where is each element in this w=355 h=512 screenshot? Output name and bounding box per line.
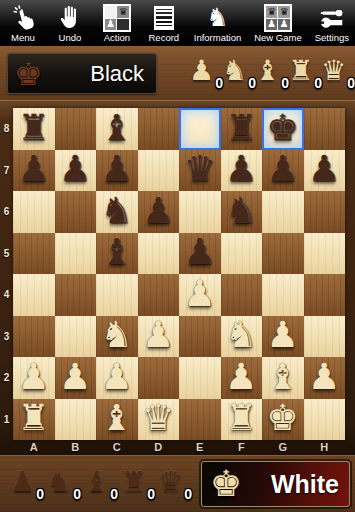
white-captured-bishop: ♝0 — [84, 464, 115, 501]
rank-label-4: 4 — [0, 274, 13, 316]
square-f4[interactable] — [221, 274, 263, 316]
captured-count: 0 — [110, 486, 118, 502]
square-e7[interactable]: ♛ — [179, 150, 221, 192]
rank-label-8: 8 — [0, 108, 13, 150]
square-g8[interactable]: ♚ — [262, 108, 304, 150]
square-d7[interactable] — [138, 150, 180, 192]
file-label-a: A — [13, 440, 55, 454]
square-c6[interactable]: ♞ — [96, 191, 138, 233]
toolbar-button-undo[interactable]: Undo — [53, 4, 87, 43]
rank-label-2: 2 — [0, 357, 13, 399]
rank-label-6: 6 — [0, 191, 13, 233]
square-b7[interactable]: ♟ — [55, 150, 97, 192]
black-rook: ♜ — [225, 110, 257, 146]
white-queen-icon: ♛ — [321, 54, 346, 88]
file-label-d: D — [138, 440, 180, 454]
square-g2[interactable]: ♝ — [262, 357, 304, 399]
captured-count: 0 — [73, 486, 81, 502]
square-b1[interactable] — [55, 399, 97, 441]
white-knight: ♞ — [101, 317, 133, 353]
square-b5[interactable] — [55, 233, 97, 275]
black-rook: ♜ — [18, 110, 50, 146]
file-label-c: C — [96, 440, 138, 454]
white-pawn: ♟ — [142, 317, 174, 353]
black-pawn: ♟ — [101, 151, 133, 187]
black-captured-pawn: ♟0 — [189, 53, 220, 90]
black-captured-queen: ♛0 — [321, 53, 352, 90]
toolbar-button-menu[interactable]: Menu — [6, 4, 40, 43]
square-h5[interactable] — [304, 233, 346, 275]
square-c7[interactable]: ♟ — [96, 150, 138, 192]
chess-board: ♜♝♜♚♟♟♟♛♟♟♟♞♟♞♝♟♟♞♟♞♟♟♟♟♟♝♟♜♝♛♜♚ — [13, 108, 345, 440]
white-knight-icon: ♞ — [222, 54, 247, 88]
toolbar-label: Menu — [11, 32, 35, 43]
black-pawn: ♟ — [142, 193, 174, 229]
square-g5[interactable] — [262, 233, 304, 275]
square-a4[interactable] — [13, 274, 55, 316]
white-player-label: White — [271, 470, 339, 499]
square-h4[interactable] — [304, 274, 346, 316]
new-game-board-icon: ♛♛♟♟ — [264, 4, 292, 32]
captured-count: 0 — [347, 75, 355, 91]
black-bishop-icon: ♝ — [84, 465, 109, 499]
black-player-strip: ♚ Black ♟0 ♞0 ♝0 ♜0 ♛0 — [0, 46, 355, 100]
square-f2[interactable]: ♟ — [221, 357, 263, 399]
square-e5[interactable]: ♟ — [179, 233, 221, 275]
square-d5[interactable] — [138, 233, 180, 275]
black-captured-tray: ♟0 ♞0 ♝0 ♜0 ♛0 — [189, 53, 352, 94]
black-pawn: ♟ — [308, 151, 340, 187]
square-a2[interactable]: ♟ — [13, 357, 55, 399]
square-e4[interactable]: ♟ — [179, 274, 221, 316]
square-e1[interactable] — [179, 399, 221, 441]
square-a5[interactable] — [13, 233, 55, 275]
file-label-b: B — [55, 440, 97, 454]
white-pawn: ♟ — [308, 359, 340, 395]
toolbar: Menu Undo ♛♟ Action Record ♞ Information… — [0, 0, 355, 46]
white-bishop: ♝ — [101, 400, 133, 436]
white-pawn: ♟ — [225, 359, 257, 395]
square-g1[interactable]: ♚ — [262, 399, 304, 441]
file-labels: ABCDEFGH — [13, 440, 345, 454]
square-b6[interactable] — [55, 191, 97, 233]
black-queen: ♛ — [184, 151, 216, 187]
hand-click-icon — [10, 4, 36, 32]
square-e3[interactable] — [179, 316, 221, 358]
square-d3[interactable]: ♟ — [138, 316, 180, 358]
square-d2[interactable] — [138, 357, 180, 399]
toolbar-button-new-game[interactable]: ♛♛♟♟ New Game — [254, 4, 302, 43]
white-rook-icon: ♜ — [288, 54, 313, 88]
white-rook: ♜ — [225, 400, 257, 436]
square-e6[interactable] — [179, 191, 221, 233]
document-lines-icon — [154, 4, 174, 32]
white-pawn: ♟ — [101, 359, 133, 395]
file-label-f: F — [221, 440, 263, 454]
tools-icon — [319, 4, 345, 32]
square-e2[interactable] — [179, 357, 221, 399]
black-knight: ♞ — [101, 193, 133, 229]
toolbar-button-action[interactable]: ♛♟ Action — [100, 4, 134, 43]
knight-icon: ♞ — [206, 4, 228, 32]
captured-count: 0 — [147, 486, 155, 502]
white-pawn: ♟ — [59, 359, 91, 395]
white-captured-tray: ♟0 ♞0 ♝0 ♜0 ♛0 — [10, 464, 189, 504]
square-c8[interactable]: ♝ — [96, 108, 138, 150]
toolbar-label: Action — [104, 32, 130, 43]
black-captured-rook: ♜0 — [288, 53, 319, 90]
white-captured-rook: ♜0 — [121, 464, 152, 501]
white-captured-queen: ♛0 — [158, 464, 189, 501]
white-knight: ♞ — [225, 317, 257, 353]
black-rook-icon: ♜ — [121, 465, 146, 499]
white-bishop-icon: ♝ — [255, 54, 280, 88]
square-b3[interactable] — [55, 316, 97, 358]
square-h8[interactable] — [304, 108, 346, 150]
square-d8[interactable] — [138, 108, 180, 150]
black-pawn: ♟ — [225, 151, 257, 187]
square-g6[interactable] — [262, 191, 304, 233]
square-g7[interactable]: ♟ — [262, 150, 304, 192]
black-queen-icon: ♛ — [158, 465, 183, 499]
square-f7[interactable]: ♟ — [221, 150, 263, 192]
square-f3[interactable]: ♞ — [221, 316, 263, 358]
rank-label-7: 7 — [0, 150, 13, 192]
black-knight: ♞ — [225, 193, 257, 229]
white-rook: ♜ — [18, 400, 50, 436]
square-a7[interactable]: ♟ — [13, 150, 55, 192]
white-bishop: ♝ — [267, 359, 299, 395]
square-d4[interactable] — [138, 274, 180, 316]
square-a6[interactable] — [13, 191, 55, 233]
black-king-icon: ♚ — [14, 58, 43, 90]
square-f6[interactable]: ♞ — [221, 191, 263, 233]
square-h3[interactable] — [304, 316, 346, 358]
rank-label-5: 5 — [0, 233, 13, 275]
rank-labels: 87654321 — [0, 108, 13, 440]
square-a8[interactable]: ♜ — [13, 108, 55, 150]
toolbar-label: Information — [194, 32, 242, 43]
toolbar-label: Record — [149, 32, 180, 43]
file-label-h: H — [304, 440, 346, 454]
file-label-g: G — [262, 440, 304, 454]
square-g3[interactable]: ♟ — [262, 316, 304, 358]
white-player-strip: ♟0 ♞0 ♝0 ♜0 ♛0 ♚ White — [0, 455, 355, 512]
chess-board-frame: 87654321 ♜♝♜♚♟♟♟♛♟♟♟♞♟♞♝♟♟♞♟♞♟♟♟♟♟♝♟♜♝♛♜… — [0, 100, 355, 455]
square-b4[interactable] — [55, 274, 97, 316]
black-bishop: ♝ — [101, 234, 133, 270]
square-h2[interactable]: ♟ — [304, 357, 346, 399]
black-player-label: Black — [90, 61, 144, 87]
square-f1[interactable]: ♜ — [221, 399, 263, 441]
black-pawn-icon: ♟ — [10, 465, 35, 499]
white-pawn: ♟ — [267, 317, 299, 353]
black-captured-knight: ♞0 — [222, 53, 253, 90]
black-pawn: ♟ — [184, 234, 216, 270]
square-b2[interactable]: ♟ — [55, 357, 97, 399]
square-e8[interactable] — [179, 108, 221, 150]
square-h1[interactable] — [304, 399, 346, 441]
square-d6[interactable]: ♟ — [138, 191, 180, 233]
white-player-box: ♚ White — [201, 461, 350, 507]
black-knight-icon: ♞ — [47, 465, 72, 499]
black-pawn: ♟ — [59, 151, 91, 187]
chess-app: Menu Undo ♛♟ Action Record ♞ Information… — [0, 0, 355, 512]
hand-stop-icon — [57, 4, 83, 32]
square-h6[interactable] — [304, 191, 346, 233]
square-d1[interactable]: ♛ — [138, 399, 180, 441]
black-king: ♚ — [267, 110, 299, 146]
toolbar-button-record[interactable]: Record — [147, 4, 181, 43]
captured-count: 0 — [184, 486, 192, 502]
square-g4[interactable] — [262, 274, 304, 316]
toolbar-label: New Game — [254, 32, 302, 43]
white-king-icon: ♚ — [210, 466, 242, 502]
rank-label-3: 3 — [0, 316, 13, 358]
board-grid-icon: ♛♟ — [103, 4, 131, 32]
white-pawn: ♟ — [18, 359, 50, 395]
toolbar-label: Settings — [315, 32, 349, 43]
black-pawn: ♟ — [267, 151, 299, 187]
toolbar-button-information[interactable]: ♞ Information — [194, 4, 242, 43]
black-player-box: ♚ Black — [7, 53, 157, 94]
square-a1[interactable]: ♜ — [13, 399, 55, 441]
square-c2[interactable]: ♟ — [96, 357, 138, 399]
white-queen: ♛ — [142, 400, 174, 436]
square-c4[interactable] — [96, 274, 138, 316]
square-c3[interactable]: ♞ — [96, 316, 138, 358]
square-f8[interactable]: ♜ — [221, 108, 263, 150]
white-pawn-icon: ♟ — [189, 54, 214, 88]
white-pawn: ♟ — [184, 276, 216, 312]
white-captured-pawn: ♟0 — [10, 464, 41, 501]
captured-count: 0 — [36, 486, 44, 502]
square-c5[interactable]: ♝ — [96, 233, 138, 275]
black-captured-bishop: ♝0 — [255, 53, 286, 90]
rank-label-1: 1 — [0, 399, 13, 441]
toolbar-label: Undo — [59, 32, 82, 43]
white-captured-knight: ♞0 — [47, 464, 78, 501]
square-b8[interactable] — [55, 108, 97, 150]
square-c1[interactable]: ♝ — [96, 399, 138, 441]
square-f5[interactable] — [221, 233, 263, 275]
file-label-e: E — [179, 440, 221, 454]
white-king: ♚ — [267, 400, 299, 436]
black-bishop: ♝ — [101, 110, 133, 146]
black-pawn: ♟ — [18, 151, 50, 187]
square-a3[interactable] — [13, 316, 55, 358]
square-h7[interactable]: ♟ — [304, 150, 346, 192]
toolbar-button-settings[interactable]: Settings — [315, 4, 349, 43]
